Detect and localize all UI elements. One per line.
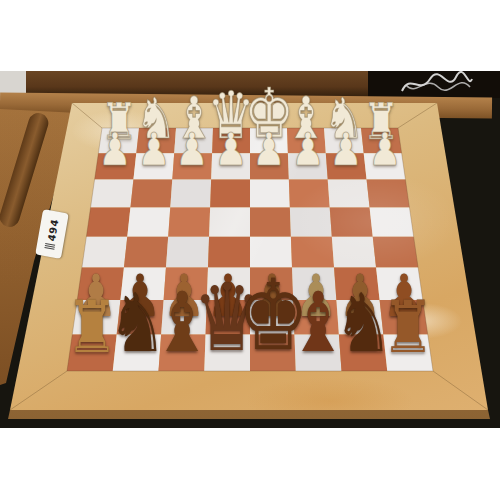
sticker-barcode — [44, 243, 55, 250]
frame-mitre-seams — [0, 71, 500, 428]
lot-number: 494 — [45, 218, 60, 242]
white-letterbox-top — [0, 0, 500, 71]
white-letterbox-bottom — [0, 428, 500, 500]
photo-scene: 494 ♜♞♝♛♚♝♞♜♟♟♟♟♟♟♟♟♟♟♟♟♟♟♟♟♜♞♝♛♚♝♞♜ — [0, 71, 500, 428]
